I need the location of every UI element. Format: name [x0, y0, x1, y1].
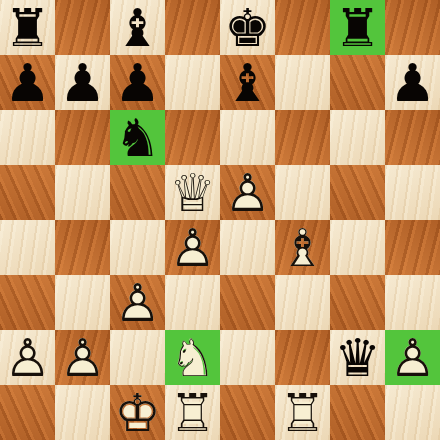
square-d8[interactable] — [165, 0, 220, 55]
square-h4[interactable] — [385, 220, 440, 275]
square-f8[interactable] — [275, 0, 330, 55]
piece-white-pawn-c3[interactable]: ♟♙ — [110, 275, 165, 330]
square-e6[interactable] — [220, 110, 275, 165]
square-a1[interactable] — [0, 385, 55, 440]
square-e7[interactable]: ♝ — [220, 55, 275, 110]
white-pawn-icon: ♟ — [165, 220, 220, 275]
square-e2[interactable] — [220, 330, 275, 385]
square-h1[interactable] — [385, 385, 440, 440]
square-h7[interactable]: ♟ — [385, 55, 440, 110]
black-bishop-icon: ♝ — [220, 55, 275, 110]
square-g2[interactable]: ♛ — [330, 330, 385, 385]
piece-white-pawn-h2[interactable]: ♟♙ — [385, 330, 440, 385]
square-c3[interactable]: ♟♙ — [110, 275, 165, 330]
square-g5[interactable] — [330, 165, 385, 220]
white-pawn-outline-icon: ♙ — [55, 330, 110, 385]
square-a7[interactable]: ♟ — [0, 55, 55, 110]
white-knight-icon: ♞ — [165, 330, 220, 385]
white-knight-outline-icon: ♘ — [165, 330, 220, 385]
square-g8[interactable]: ♜ — [330, 0, 385, 55]
white-king-icon: ♚ — [110, 385, 165, 440]
square-d3[interactable] — [165, 275, 220, 330]
piece-black-bishop-c8[interactable]: ♝ — [110, 0, 165, 55]
piece-black-rook-g8[interactable]: ♜ — [330, 0, 385, 55]
white-pawn-outline-icon: ♙ — [385, 330, 440, 385]
square-c5[interactable] — [110, 165, 165, 220]
square-h5[interactable] — [385, 165, 440, 220]
square-e3[interactable] — [220, 275, 275, 330]
white-pawn-outline-icon: ♙ — [220, 165, 275, 220]
square-f2[interactable] — [275, 330, 330, 385]
square-b8[interactable] — [55, 0, 110, 55]
white-pawn-icon: ♟ — [0, 330, 55, 385]
piece-black-pawn-c7[interactable]: ♟ — [110, 55, 165, 110]
white-queen-outline-icon: ♕ — [165, 165, 220, 220]
piece-white-pawn-d4[interactable]: ♟♙ — [165, 220, 220, 275]
white-rook-icon: ♜ — [275, 385, 330, 440]
square-d4[interactable]: ♟♙ — [165, 220, 220, 275]
square-h8[interactable] — [385, 0, 440, 55]
square-c4[interactable] — [110, 220, 165, 275]
piece-white-knight-d2[interactable]: ♞♘ — [165, 330, 220, 385]
square-c8[interactable]: ♝ — [110, 0, 165, 55]
white-pawn-icon: ♟ — [385, 330, 440, 385]
piece-black-knight-c6[interactable]: ♞ — [110, 110, 165, 165]
piece-white-rook-f1[interactable]: ♜♖ — [275, 385, 330, 440]
square-g1[interactable] — [330, 385, 385, 440]
white-pawn-icon: ♟ — [220, 165, 275, 220]
square-b6[interactable] — [55, 110, 110, 165]
white-bishop-icon: ♝ — [275, 220, 330, 275]
square-b4[interactable] — [55, 220, 110, 275]
square-g4[interactable] — [330, 220, 385, 275]
black-pawn-icon: ♟ — [55, 55, 110, 110]
black-king-icon: ♚ — [220, 0, 275, 55]
white-rook-icon: ♜ — [165, 385, 220, 440]
piece-black-rook-a8[interactable]: ♜ — [0, 0, 55, 55]
square-a3[interactable] — [0, 275, 55, 330]
square-f6[interactable] — [275, 110, 330, 165]
square-h2[interactable]: ♟♙ — [385, 330, 440, 385]
piece-black-pawn-h7[interactable]: ♟ — [385, 55, 440, 110]
square-g3[interactable] — [330, 275, 385, 330]
black-queen-icon: ♛ — [330, 330, 385, 385]
square-f7[interactable] — [275, 55, 330, 110]
chess-board: ♜♝♚♜♟♟♟♝♟♞♛♕♟♙♟♙♝♗♟♙♟♙♟♙♞♘♛♟♙♚♔♜♖♜♖ — [0, 0, 440, 440]
square-d5[interactable]: ♛♕ — [165, 165, 220, 220]
white-pawn-outline-icon: ♙ — [110, 275, 165, 330]
black-pawn-icon: ♟ — [0, 55, 55, 110]
square-f4[interactable]: ♝♗ — [275, 220, 330, 275]
white-queen-icon: ♛ — [165, 165, 220, 220]
square-g6[interactable] — [330, 110, 385, 165]
square-g7[interactable] — [330, 55, 385, 110]
square-d7[interactable] — [165, 55, 220, 110]
black-pawn-icon: ♟ — [385, 55, 440, 110]
piece-white-pawn-a2[interactable]: ♟♙ — [0, 330, 55, 385]
square-b7[interactable]: ♟ — [55, 55, 110, 110]
white-pawn-icon: ♟ — [110, 275, 165, 330]
white-bishop-outline-icon: ♗ — [275, 220, 330, 275]
black-bishop-icon: ♝ — [110, 0, 165, 55]
square-b2[interactable]: ♟♙ — [55, 330, 110, 385]
piece-white-bishop-f4[interactable]: ♝♗ — [275, 220, 330, 275]
piece-black-king-e8[interactable]: ♚ — [220, 0, 275, 55]
square-a6[interactable] — [0, 110, 55, 165]
white-king-outline-icon: ♔ — [110, 385, 165, 440]
square-e8[interactable]: ♚ — [220, 0, 275, 55]
black-pawn-icon: ♟ — [110, 55, 165, 110]
square-c2[interactable] — [110, 330, 165, 385]
square-b5[interactable] — [55, 165, 110, 220]
white-pawn-outline-icon: ♙ — [165, 220, 220, 275]
piece-white-rook-d1[interactable]: ♜♖ — [165, 385, 220, 440]
piece-black-bishop-e7[interactable]: ♝ — [220, 55, 275, 110]
square-h6[interactable] — [385, 110, 440, 165]
black-knight-icon: ♞ — [110, 110, 165, 165]
white-rook-outline-icon: ♖ — [165, 385, 220, 440]
square-f1[interactable]: ♜♖ — [275, 385, 330, 440]
square-d1[interactable]: ♜♖ — [165, 385, 220, 440]
square-c7[interactable]: ♟ — [110, 55, 165, 110]
piece-black-queen-g2[interactable]: ♛ — [330, 330, 385, 385]
square-e5[interactable]: ♟♙ — [220, 165, 275, 220]
square-f3[interactable] — [275, 275, 330, 330]
square-c6[interactable]: ♞ — [110, 110, 165, 165]
square-a8[interactable]: ♜ — [0, 0, 55, 55]
square-e4[interactable] — [220, 220, 275, 275]
black-rook-icon: ♜ — [330, 0, 385, 55]
square-f5[interactable] — [275, 165, 330, 220]
white-pawn-icon: ♟ — [55, 330, 110, 385]
piece-black-pawn-b7[interactable]: ♟ — [55, 55, 110, 110]
piece-white-pawn-e5[interactable]: ♟♙ — [220, 165, 275, 220]
square-e1[interactable] — [220, 385, 275, 440]
piece-white-queen-d5[interactable]: ♛♕ — [165, 165, 220, 220]
white-rook-outline-icon: ♖ — [275, 385, 330, 440]
square-d2[interactable]: ♞♘ — [165, 330, 220, 385]
square-c1[interactable]: ♚♔ — [110, 385, 165, 440]
square-h3[interactable] — [385, 275, 440, 330]
square-a4[interactable] — [0, 220, 55, 275]
square-b1[interactable] — [55, 385, 110, 440]
piece-white-pawn-b2[interactable]: ♟♙ — [55, 330, 110, 385]
piece-white-king-c1[interactable]: ♚♔ — [110, 385, 165, 440]
piece-black-pawn-a7[interactable]: ♟ — [0, 55, 55, 110]
square-a5[interactable] — [0, 165, 55, 220]
white-pawn-outline-icon: ♙ — [0, 330, 55, 385]
black-rook-icon: ♜ — [0, 0, 55, 55]
square-d6[interactable] — [165, 110, 220, 165]
square-b3[interactable] — [55, 275, 110, 330]
square-a2[interactable]: ♟♙ — [0, 330, 55, 385]
